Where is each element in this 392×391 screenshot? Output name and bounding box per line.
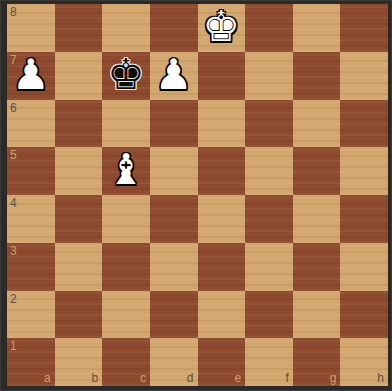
square-g6[interactable] (293, 100, 341, 148)
square-e4[interactable] (198, 195, 246, 243)
square-h1[interactable]: h (340, 338, 388, 386)
file-label-b: b (92, 372, 99, 384)
square-b6[interactable] (55, 100, 103, 148)
square-d2[interactable] (150, 291, 198, 339)
square-c2[interactable] (102, 291, 150, 339)
white-bishop[interactable]: ♝ (107, 149, 145, 191)
square-a2[interactable]: 2 (7, 291, 55, 339)
square-b7[interactable] (55, 52, 103, 100)
square-f4[interactable] (245, 195, 293, 243)
square-h6[interactable] (340, 100, 388, 148)
square-a3[interactable]: 3 (7, 243, 55, 291)
square-h5[interactable] (340, 147, 388, 195)
square-b2[interactable] (55, 291, 103, 339)
file-label-e: e (234, 372, 241, 384)
square-a8[interactable]: 8 (7, 4, 55, 52)
square-a7[interactable]: 7♟ (7, 52, 55, 100)
square-c6[interactable] (102, 100, 150, 148)
white-king[interactable]: ♚ (202, 6, 240, 48)
square-f1[interactable]: f (245, 338, 293, 386)
square-f6[interactable] (245, 100, 293, 148)
square-h2[interactable] (340, 291, 388, 339)
board-frame: 8♚7♟♚♟65♝4321abcdefgh (0, 0, 392, 391)
square-f2[interactable] (245, 291, 293, 339)
square-b3[interactable] (55, 243, 103, 291)
rank-label-1: 1 (10, 340, 17, 352)
rank-label-5: 5 (10, 149, 17, 161)
rank-label-8: 8 (10, 6, 17, 18)
square-e1[interactable]: e (198, 338, 246, 386)
square-a5[interactable]: 5 (7, 147, 55, 195)
file-label-c: c (140, 372, 146, 384)
rank-label-2: 2 (10, 293, 17, 305)
square-f7[interactable] (245, 52, 293, 100)
square-c1[interactable]: c (102, 338, 150, 386)
square-a6[interactable]: 6 (7, 100, 55, 148)
square-d1[interactable]: d (150, 338, 198, 386)
square-e5[interactable] (198, 147, 246, 195)
square-c5[interactable]: ♝ (102, 147, 150, 195)
square-f8[interactable] (245, 4, 293, 52)
square-g2[interactable] (293, 291, 341, 339)
square-d4[interactable] (150, 195, 198, 243)
square-f3[interactable] (245, 243, 293, 291)
square-a4[interactable]: 4 (7, 195, 55, 243)
black-king[interactable]: ♚ (107, 54, 145, 96)
file-label-f: f (285, 372, 288, 384)
square-d8[interactable] (150, 4, 198, 52)
square-e8[interactable]: ♚ (198, 4, 246, 52)
chess-board: 8♚7♟♚♟65♝4321abcdefgh (7, 4, 388, 386)
white-pawn[interactable]: ♟ (155, 54, 193, 96)
square-f5[interactable] (245, 147, 293, 195)
square-a1[interactable]: 1a (7, 338, 55, 386)
rank-label-4: 4 (10, 197, 17, 209)
square-g8[interactable] (293, 4, 341, 52)
square-e6[interactable] (198, 100, 246, 148)
square-h7[interactable] (340, 52, 388, 100)
square-b4[interactable] (55, 195, 103, 243)
rank-label-6: 6 (10, 102, 17, 114)
square-c4[interactable] (102, 195, 150, 243)
square-g7[interactable] (293, 52, 341, 100)
file-label-d: d (187, 372, 194, 384)
square-c7[interactable]: ♚ (102, 52, 150, 100)
square-b8[interactable] (55, 4, 103, 52)
square-b1[interactable]: b (55, 338, 103, 386)
square-e2[interactable] (198, 291, 246, 339)
square-g5[interactable] (293, 147, 341, 195)
white-pawn[interactable]: ♟ (12, 54, 50, 96)
square-e7[interactable] (198, 52, 246, 100)
square-g3[interactable] (293, 243, 341, 291)
square-h8[interactable] (340, 4, 388, 52)
square-d7[interactable]: ♟ (150, 52, 198, 100)
square-b5[interactable] (55, 147, 103, 195)
square-d5[interactable] (150, 147, 198, 195)
file-label-a: a (44, 372, 51, 384)
square-e3[interactable] (198, 243, 246, 291)
square-d6[interactable] (150, 100, 198, 148)
rank-label-3: 3 (10, 245, 17, 257)
square-c3[interactable] (102, 243, 150, 291)
file-label-h: h (377, 372, 384, 384)
square-h4[interactable] (340, 195, 388, 243)
square-c8[interactable] (102, 4, 150, 52)
square-d3[interactable] (150, 243, 198, 291)
square-g1[interactable]: g (293, 338, 341, 386)
file-label-g: g (330, 372, 337, 384)
square-h3[interactable] (340, 243, 388, 291)
square-g4[interactable] (293, 195, 341, 243)
